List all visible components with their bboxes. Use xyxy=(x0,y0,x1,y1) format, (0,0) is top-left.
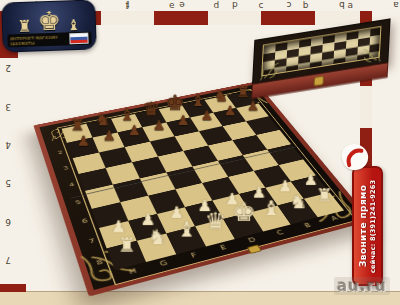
shop-logo: ♜ ♚ ♝ ИНТЕРНЕТ-МАГАЗИН ШАХМАТЫ xyxy=(1,0,97,53)
black-pawn: ♟ xyxy=(102,128,115,142)
bg-rank-number: 2 xyxy=(0,63,16,73)
rook-icon: ♜ xyxy=(17,19,32,35)
black-queen: ♛ xyxy=(142,99,160,118)
bg-file-letter: b xyxy=(299,0,313,10)
black-pawn: ♟ xyxy=(246,99,258,112)
bg-rank-number: 3 xyxy=(0,102,16,112)
logo-caption-band: ИНТЕРНЕТ-МАГАЗИН ШАХМАТЫ xyxy=(7,32,91,48)
white-queen: ♛ xyxy=(204,209,226,232)
black-bishop: ♝ xyxy=(190,92,206,109)
banner-line2: сейчас: 8(391)241-9263 xyxy=(369,171,377,281)
white-king: ♚ xyxy=(231,200,255,225)
white-bishop: ♝ xyxy=(261,198,280,218)
call-now-banner[interactable]: Звоните прямо сейчас: 8(391)241-9263 xyxy=(352,166,383,286)
white-pawn: ♟ xyxy=(110,218,126,234)
board-frame: 12345678 HGFEDCBA ♜♞♝♛♚♝♞♜♟♟♟♟♟♟♟♟♟♟♟♟♟♟… xyxy=(39,85,363,290)
board-grid: ♜♞♝♛♚♝♞♜♟♟♟♟♟♟♟♟♟♟♟♟♟♟♟♟♜♞♝♛♚♝♞♜ xyxy=(62,91,344,270)
black-pawn: ♟ xyxy=(127,123,140,137)
bg-file-letter: c xyxy=(254,0,268,10)
black-rook: ♜ xyxy=(236,85,250,99)
chess-board: 12345678 HGFEDCBA ♜♞♝♛♚♝♞♜♟♟♟♟♟♟♟♟♟♟♟♟♟♟… xyxy=(33,82,371,297)
mahogany-rim: 12345678 HGFEDCBA ♜♞♝♛♚♝♞♜♟♟♟♟♟♟♟♟♟♟♟♟♟♟… xyxy=(33,82,371,297)
black-pawn: ♟ xyxy=(76,134,89,148)
logo-chess-pieces: ♜ ♚ ♝ xyxy=(2,2,95,35)
bg-file-letter: d xyxy=(228,0,242,10)
black-pawn: ♟ xyxy=(176,113,189,126)
black-pawn: ♟ xyxy=(152,118,165,132)
black-bishop: ♝ xyxy=(118,106,134,123)
bg-rank-number: 7 xyxy=(0,255,16,265)
bg-rank-number: 6 xyxy=(0,217,16,227)
product-photo-stage[interactable]: fedcba 12345678 hgfedcba 12345678 HGFEDC… xyxy=(0,0,400,305)
black-king: ♚ xyxy=(165,93,185,113)
bg-file-letter: a xyxy=(389,0,400,10)
russian-flag-icon xyxy=(69,33,88,45)
black-knight: ♞ xyxy=(213,88,228,104)
black-rook: ♜ xyxy=(70,118,85,133)
bg-rank-number: 5 xyxy=(0,178,16,188)
king-icon: ♚ xyxy=(37,8,61,35)
bg-file-letter: f xyxy=(120,0,134,10)
black-knight: ♞ xyxy=(94,112,110,128)
black-pawn: ♟ xyxy=(223,104,236,117)
bg-rank-number: 4 xyxy=(0,140,16,150)
bg-file-letter: c xyxy=(282,0,296,10)
logo-caption: ИНТЕРНЕТ-МАГАЗИН ШАХМАТЫ xyxy=(7,34,69,46)
white-rook: ♜ xyxy=(315,187,332,205)
bg-file-letter: d xyxy=(209,0,223,10)
white-knight: ♞ xyxy=(147,227,166,247)
bg-file-letter: a xyxy=(343,0,357,10)
white-bishop: ♝ xyxy=(176,219,196,240)
brass-clasp xyxy=(314,76,324,87)
square xyxy=(158,151,192,172)
white-knight: ♞ xyxy=(288,192,306,211)
banner-line1: Звоните прямо xyxy=(358,171,368,281)
watermark: au.ru xyxy=(334,277,390,295)
black-pawn: ♟ xyxy=(200,109,213,122)
white-rook: ♜ xyxy=(117,236,135,255)
bg-file-letter: e xyxy=(165,0,179,10)
